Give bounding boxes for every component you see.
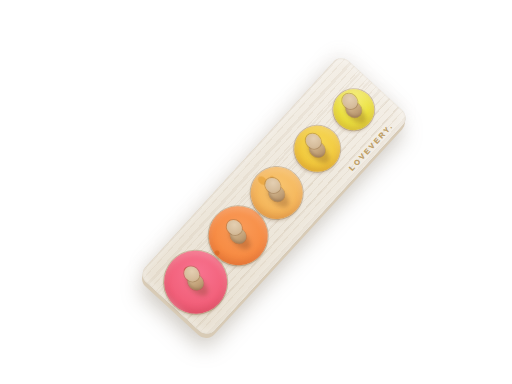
product-photo-scene: LOVEVERY.	[0, 0, 512, 384]
puzzle-board: LOVEVERY.	[138, 54, 410, 339]
